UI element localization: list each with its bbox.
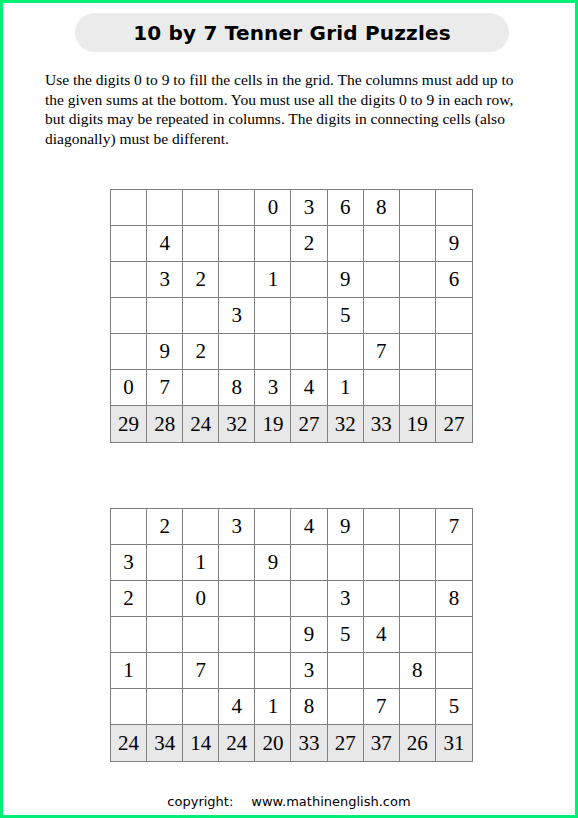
given-digit-cell: 7 bbox=[147, 370, 183, 406]
empty-cell[interactable] bbox=[219, 190, 255, 226]
empty-cell[interactable] bbox=[400, 190, 436, 226]
empty-cell[interactable] bbox=[255, 226, 291, 262]
given-digit-cell: 5 bbox=[436, 689, 472, 725]
empty-cell[interactable] bbox=[364, 370, 400, 406]
given-digit-cell: 3 bbox=[255, 370, 291, 406]
empty-cell[interactable] bbox=[147, 653, 183, 689]
given-digit-cell: 9 bbox=[328, 262, 364, 298]
given-digit-cell: 8 bbox=[219, 370, 255, 406]
empty-cell[interactable] bbox=[400, 545, 436, 581]
given-digit-cell: 4 bbox=[291, 370, 327, 406]
instructions-line-3: but digits may be repeated in columns. T… bbox=[45, 109, 514, 129]
given-digit-cell: 1 bbox=[255, 689, 291, 725]
empty-cell[interactable] bbox=[219, 545, 255, 581]
given-digit-cell: 3 bbox=[291, 653, 327, 689]
given-digit-cell: 3 bbox=[328, 581, 364, 617]
empty-cell[interactable] bbox=[255, 334, 291, 370]
copyright-label: copyright: bbox=[167, 794, 233, 809]
given-digit-cell: 2 bbox=[147, 509, 183, 545]
given-digit-cell: 3 bbox=[219, 298, 255, 334]
column-sum-cell: 26 bbox=[400, 725, 436, 761]
empty-cell[interactable] bbox=[291, 581, 327, 617]
empty-cell[interactable] bbox=[183, 190, 219, 226]
empty-cell[interactable] bbox=[400, 334, 436, 370]
empty-cell[interactable] bbox=[219, 334, 255, 370]
empty-cell[interactable] bbox=[291, 545, 327, 581]
given-digit-cell: 7 bbox=[364, 689, 400, 725]
empty-cell[interactable] bbox=[400, 370, 436, 406]
empty-cell[interactable] bbox=[328, 689, 364, 725]
column-sum-cell: 19 bbox=[400, 406, 436, 442]
empty-cell[interactable] bbox=[400, 262, 436, 298]
tenner-grid-puzzle-1: 0368429321963592707834129282432192732331… bbox=[110, 189, 473, 443]
given-digit-cell: 8 bbox=[291, 689, 327, 725]
column-sum-cell: 24 bbox=[111, 725, 147, 761]
empty-cell[interactable] bbox=[436, 190, 472, 226]
given-digit-cell: 1 bbox=[328, 370, 364, 406]
given-digit-cell: 2 bbox=[291, 226, 327, 262]
empty-cell[interactable] bbox=[364, 509, 400, 545]
given-digit-cell: 4 bbox=[219, 689, 255, 725]
empty-cell[interactable] bbox=[328, 334, 364, 370]
copyright-footer: copyright:www.mathinenglish.com bbox=[3, 794, 575, 809]
empty-cell[interactable] bbox=[219, 653, 255, 689]
empty-cell[interactable] bbox=[111, 334, 147, 370]
given-digit-cell: 9 bbox=[436, 226, 472, 262]
empty-cell[interactable] bbox=[364, 545, 400, 581]
given-digit-cell: 3 bbox=[147, 262, 183, 298]
empty-cell[interactable] bbox=[328, 653, 364, 689]
empty-cell[interactable] bbox=[291, 298, 327, 334]
empty-cell[interactable] bbox=[219, 617, 255, 653]
empty-cell[interactable] bbox=[436, 370, 472, 406]
empty-cell[interactable] bbox=[147, 617, 183, 653]
given-digit-cell: 1 bbox=[255, 262, 291, 298]
page-title-text: 10 by 7 Tenner Grid Puzzles bbox=[133, 21, 451, 45]
empty-cell[interactable] bbox=[364, 653, 400, 689]
empty-cell[interactable] bbox=[400, 509, 436, 545]
empty-cell[interactable] bbox=[147, 581, 183, 617]
instructions-line-4: diagonally) must be different. bbox=[45, 129, 514, 149]
empty-cell[interactable] bbox=[111, 509, 147, 545]
empty-cell[interactable] bbox=[436, 298, 472, 334]
column-sum-cell: 32 bbox=[219, 406, 255, 442]
given-digit-cell: 2 bbox=[183, 262, 219, 298]
given-digit-cell: 3 bbox=[219, 509, 255, 545]
given-digit-cell: 3 bbox=[291, 190, 327, 226]
website-link: www.mathinenglish.com bbox=[251, 794, 410, 809]
empty-cell[interactable] bbox=[255, 617, 291, 653]
empty-cell[interactable] bbox=[111, 298, 147, 334]
empty-cell[interactable] bbox=[436, 545, 472, 581]
empty-cell[interactable] bbox=[400, 298, 436, 334]
column-sum-cell: 27 bbox=[291, 406, 327, 442]
given-digit-cell: 8 bbox=[436, 581, 472, 617]
given-digit-cell: 5 bbox=[328, 617, 364, 653]
empty-cell[interactable] bbox=[183, 370, 219, 406]
empty-cell[interactable] bbox=[255, 653, 291, 689]
empty-cell[interactable] bbox=[255, 509, 291, 545]
empty-cell[interactable] bbox=[111, 617, 147, 653]
given-digit-cell: 4 bbox=[147, 226, 183, 262]
column-sum-cell: 20 bbox=[255, 725, 291, 761]
given-digit-cell: 9 bbox=[328, 509, 364, 545]
empty-cell[interactable] bbox=[183, 617, 219, 653]
given-digit-cell: 1 bbox=[111, 653, 147, 689]
column-sum-cell: 27 bbox=[436, 406, 472, 442]
given-digit-cell: 0 bbox=[183, 581, 219, 617]
empty-cell[interactable] bbox=[147, 689, 183, 725]
empty-cell[interactable] bbox=[111, 689, 147, 725]
given-digit-cell: 4 bbox=[291, 509, 327, 545]
empty-cell[interactable] bbox=[436, 334, 472, 370]
empty-cell[interactable] bbox=[364, 262, 400, 298]
column-sum-cell: 28 bbox=[147, 406, 183, 442]
empty-cell[interactable] bbox=[400, 581, 436, 617]
column-sum-cell: 27 bbox=[328, 725, 364, 761]
given-digit-cell: 5 bbox=[328, 298, 364, 334]
empty-cell[interactable] bbox=[400, 617, 436, 653]
empty-cell[interactable] bbox=[147, 298, 183, 334]
given-digit-cell: 4 bbox=[364, 617, 400, 653]
empty-cell[interactable] bbox=[111, 190, 147, 226]
column-sum-cell: 32 bbox=[328, 406, 364, 442]
column-sum-cell: 24 bbox=[219, 725, 255, 761]
empty-cell[interactable] bbox=[147, 190, 183, 226]
column-sum-cell: 31 bbox=[436, 725, 472, 761]
empty-cell[interactable] bbox=[364, 581, 400, 617]
empty-cell[interactable] bbox=[111, 262, 147, 298]
given-digit-cell: 2 bbox=[111, 581, 147, 617]
empty-cell[interactable] bbox=[219, 581, 255, 617]
given-digit-cell: 6 bbox=[436, 262, 472, 298]
column-sum-cell: 24 bbox=[183, 406, 219, 442]
empty-cell[interactable] bbox=[328, 226, 364, 262]
column-sum-cell: 37 bbox=[364, 725, 400, 761]
instructions: Use the digits 0 to 9 to fill the cells … bbox=[45, 70, 514, 148]
empty-cell[interactable] bbox=[328, 545, 364, 581]
instructions-line-2: the given sums at the bottom. You must u… bbox=[45, 90, 514, 110]
page-title: 10 by 7 Tenner Grid Puzzles bbox=[75, 13, 509, 52]
given-digit-cell: 9 bbox=[291, 617, 327, 653]
empty-cell[interactable] bbox=[111, 226, 147, 262]
tenner-grid-puzzle-2: 2349731920389541738418752434142420332737… bbox=[110, 508, 473, 762]
given-digit-cell: 7 bbox=[183, 653, 219, 689]
empty-cell[interactable] bbox=[219, 226, 255, 262]
empty-cell[interactable] bbox=[364, 298, 400, 334]
given-digit-cell: 7 bbox=[436, 509, 472, 545]
empty-cell[interactable] bbox=[400, 226, 436, 262]
instructions-line-1: Use the digits 0 to 9 to fill the cells … bbox=[45, 70, 514, 90]
empty-cell[interactable] bbox=[183, 689, 219, 725]
empty-cell[interactable] bbox=[364, 226, 400, 262]
given-digit-cell: 8 bbox=[364, 190, 400, 226]
given-digit-cell: 8 bbox=[400, 653, 436, 689]
empty-cell[interactable] bbox=[255, 298, 291, 334]
given-digit-cell: 6 bbox=[328, 190, 364, 226]
column-sum-cell: 29 bbox=[111, 406, 147, 442]
column-sum-cell: 33 bbox=[291, 725, 327, 761]
empty-cell[interactable] bbox=[291, 262, 327, 298]
given-digit-cell: 0 bbox=[111, 370, 147, 406]
empty-cell[interactable] bbox=[436, 653, 472, 689]
worksheet-page: 10 by 7 Tenner Grid Puzzles Use the digi… bbox=[0, 0, 578, 818]
empty-cell[interactable] bbox=[183, 298, 219, 334]
given-digit-cell: 3 bbox=[111, 545, 147, 581]
column-sum-cell: 33 bbox=[364, 406, 400, 442]
empty-cell[interactable] bbox=[291, 334, 327, 370]
given-digit-cell: 7 bbox=[364, 334, 400, 370]
given-digit-cell: 9 bbox=[147, 334, 183, 370]
empty-cell[interactable] bbox=[147, 545, 183, 581]
column-sum-cell: 34 bbox=[147, 725, 183, 761]
empty-cell[interactable] bbox=[219, 262, 255, 298]
given-digit-cell: 1 bbox=[183, 545, 219, 581]
given-digit-cell: 0 bbox=[255, 190, 291, 226]
empty-cell[interactable] bbox=[183, 226, 219, 262]
empty-cell[interactable] bbox=[255, 581, 291, 617]
column-sum-cell: 19 bbox=[255, 406, 291, 442]
given-digit-cell: 9 bbox=[255, 545, 291, 581]
empty-cell[interactable] bbox=[400, 689, 436, 725]
column-sum-cell: 14 bbox=[183, 725, 219, 761]
empty-cell[interactable] bbox=[436, 617, 472, 653]
given-digit-cell: 2 bbox=[183, 334, 219, 370]
empty-cell[interactable] bbox=[183, 509, 219, 545]
